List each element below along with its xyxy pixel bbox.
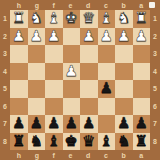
square-a7[interactable]: ♟ [133, 115, 151, 133]
square-a2[interactable]: ♟ [133, 28, 151, 46]
file-label-g: g [28, 0, 46, 10]
square-e2[interactable] [63, 28, 81, 46]
square-b6[interactable] [115, 98, 133, 116]
file-label-d: d [79, 150, 97, 160]
square-e5[interactable] [63, 80, 81, 98]
square-a1[interactable]: ♜ [133, 10, 151, 28]
square-h5[interactable] [10, 80, 28, 98]
square-f3[interactable] [45, 45, 63, 63]
square-c3[interactable] [98, 45, 116, 63]
rank-labels-right: 12345678 [150, 10, 160, 150]
file-label-h: h [10, 150, 28, 160]
black-knight: ♞ [117, 133, 130, 151]
black-knight: ♞ [30, 133, 43, 151]
square-c6[interactable] [98, 98, 116, 116]
square-h1[interactable]: ♜ [10, 10, 28, 28]
file-label-f: f [46, 150, 62, 160]
square-c7[interactable] [98, 115, 116, 133]
rank-label-6: 6 [0, 98, 10, 116]
file-label-b: b [115, 0, 133, 10]
square-h8[interactable]: ♜ [10, 133, 28, 151]
square-c8[interactable]: ♝ [98, 133, 116, 151]
black-pawn: ♟ [65, 115, 78, 133]
rank-label-7: 7 [0, 115, 10, 133]
white-king: ♚ [65, 10, 78, 28]
white-bishop: ♝ [100, 10, 113, 28]
white-pawn: ♟ [47, 28, 60, 46]
white-pawn: ♟ [135, 28, 148, 46]
black-bishop: ♝ [47, 133, 60, 151]
rank-labels-left: 12345678 [0, 10, 10, 150]
square-d4[interactable] [80, 63, 98, 81]
square-g1[interactable]: ♞ [28, 10, 46, 28]
rank-label-8: 8 [150, 133, 160, 151]
square-f4[interactable] [45, 63, 63, 81]
file-label-e: e [62, 150, 80, 160]
square-g6[interactable] [28, 98, 46, 116]
white-pawn: ♟ [82, 28, 95, 46]
square-a4[interactable] [133, 63, 151, 81]
white-pawn: ♟ [30, 28, 43, 46]
square-e6[interactable] [63, 98, 81, 116]
file-label-e: e [62, 0, 80, 10]
square-b4[interactable] [115, 63, 133, 81]
square-g8[interactable]: ♞ [28, 133, 46, 151]
file-label-f: f [46, 0, 62, 10]
black-pawn: ♟ [117, 115, 130, 133]
square-h4[interactable] [10, 63, 28, 81]
square-b7[interactable]: ♟ [115, 115, 133, 133]
file-label-a: a [133, 150, 151, 160]
square-f7[interactable]: ♟ [45, 115, 63, 133]
square-f8[interactable]: ♝ [45, 133, 63, 151]
rank-label-1: 1 [0, 10, 10, 28]
square-c2[interactable]: ♟ [98, 28, 116, 46]
square-b1[interactable]: ♞ [115, 10, 133, 28]
file-label-d: d [79, 0, 97, 10]
square-b8[interactable]: ♞ [115, 133, 133, 151]
white-bishop: ♝ [47, 10, 60, 28]
square-g7[interactable]: ♟ [28, 115, 46, 133]
rank-label-5: 5 [150, 80, 160, 98]
square-d6[interactable] [80, 98, 98, 116]
square-g2[interactable]: ♟ [28, 28, 46, 46]
white-rook: ♜ [12, 10, 25, 28]
square-h7[interactable]: ♟ [10, 115, 28, 133]
square-e3[interactable] [63, 45, 81, 63]
square-f5[interactable] [45, 80, 63, 98]
square-f2[interactable]: ♟ [45, 28, 63, 46]
square-b3[interactable] [115, 45, 133, 63]
square-d5[interactable] [80, 80, 98, 98]
square-d2[interactable]: ♟ [80, 28, 98, 46]
black-queen: ♛ [82, 133, 95, 151]
square-e7[interactable]: ♟ [63, 115, 81, 133]
white-pawn: ♟ [100, 28, 113, 46]
rank-label-7: 7 [150, 115, 160, 133]
square-c1[interactable]: ♝ [98, 10, 116, 28]
white-knight: ♞ [30, 10, 43, 28]
square-e1[interactable]: ♚ [63, 10, 81, 28]
square-h6[interactable] [10, 98, 28, 116]
white-knight: ♞ [117, 10, 130, 28]
square-g3[interactable] [28, 45, 46, 63]
square-c5[interactable]: ♟ [98, 80, 116, 98]
square-g5[interactable] [28, 80, 46, 98]
black-rook: ♜ [12, 133, 25, 151]
white-queen: ♛ [82, 10, 95, 28]
square-a6[interactable] [133, 98, 151, 116]
square-a3[interactable] [133, 45, 151, 63]
file-label-c: c [97, 0, 115, 10]
square-h3[interactable] [10, 45, 28, 63]
white-rook: ♜ [135, 10, 148, 28]
rank-label-1: 1 [150, 10, 160, 28]
file-label-b: b [115, 150, 133, 160]
square-a8[interactable]: ♜ [133, 133, 151, 151]
rank-label-2: 2 [0, 28, 10, 46]
rank-label-2: 2 [150, 28, 160, 46]
black-king: ♚ [65, 133, 78, 151]
square-d1[interactable]: ♛ [80, 10, 98, 28]
rank-label-3: 3 [150, 45, 160, 63]
file-labels-top: hgfedcba [10, 0, 150, 10]
square-c4[interactable] [98, 63, 116, 81]
rank-label-4: 4 [0, 63, 10, 81]
square-h2[interactable]: ♟ [10, 28, 28, 46]
black-pawn: ♟ [100, 80, 113, 98]
black-pawn: ♟ [135, 115, 148, 133]
square-g4[interactable] [28, 63, 46, 81]
black-pawn: ♟ [30, 115, 43, 133]
white-pawn: ♟ [117, 28, 130, 46]
white-to-move-indicator [149, 2, 155, 8]
board-grid: ♜♞♝♚♛♝♞♜♟♟♟♟♟♟♟♟♟♟♟♟♟♟♟♟♜♞♝♚♛♝♞♜ [10, 10, 150, 150]
square-e8[interactable]: ♚ [63, 133, 81, 151]
rank-label-8: 8 [0, 133, 10, 151]
file-label-h: h [10, 0, 28, 10]
black-bishop: ♝ [100, 133, 113, 151]
black-pawn: ♟ [82, 115, 95, 133]
rank-label-3: 3 [0, 45, 10, 63]
square-d8[interactable]: ♛ [80, 133, 98, 151]
black-rook: ♜ [135, 133, 148, 151]
square-b2[interactable]: ♟ [115, 28, 133, 46]
file-label-c: c [97, 150, 115, 160]
white-pawn: ♟ [12, 28, 25, 46]
square-f1[interactable]: ♝ [45, 10, 63, 28]
file-labels-bottom: hgfedcba [10, 150, 150, 160]
square-d7[interactable]: ♟ [80, 115, 98, 133]
square-f6[interactable] [45, 98, 63, 116]
white-pawn: ♟ [65, 63, 78, 81]
square-b5[interactable] [115, 80, 133, 98]
square-e4[interactable]: ♟ [63, 63, 81, 81]
black-pawn: ♟ [47, 115, 60, 133]
rank-label-5: 5 [0, 80, 10, 98]
square-a5[interactable] [133, 80, 151, 98]
chess-board: hgfedcba hgfedcba 12345678 12345678 ♜♞♝♚… [0, 0, 160, 160]
file-label-a: a [133, 0, 151, 10]
black-pawn: ♟ [12, 115, 25, 133]
rank-label-4: 4 [150, 63, 160, 81]
rank-label-6: 6 [150, 98, 160, 116]
file-label-g: g [28, 150, 46, 160]
square-d3[interactable] [80, 45, 98, 63]
